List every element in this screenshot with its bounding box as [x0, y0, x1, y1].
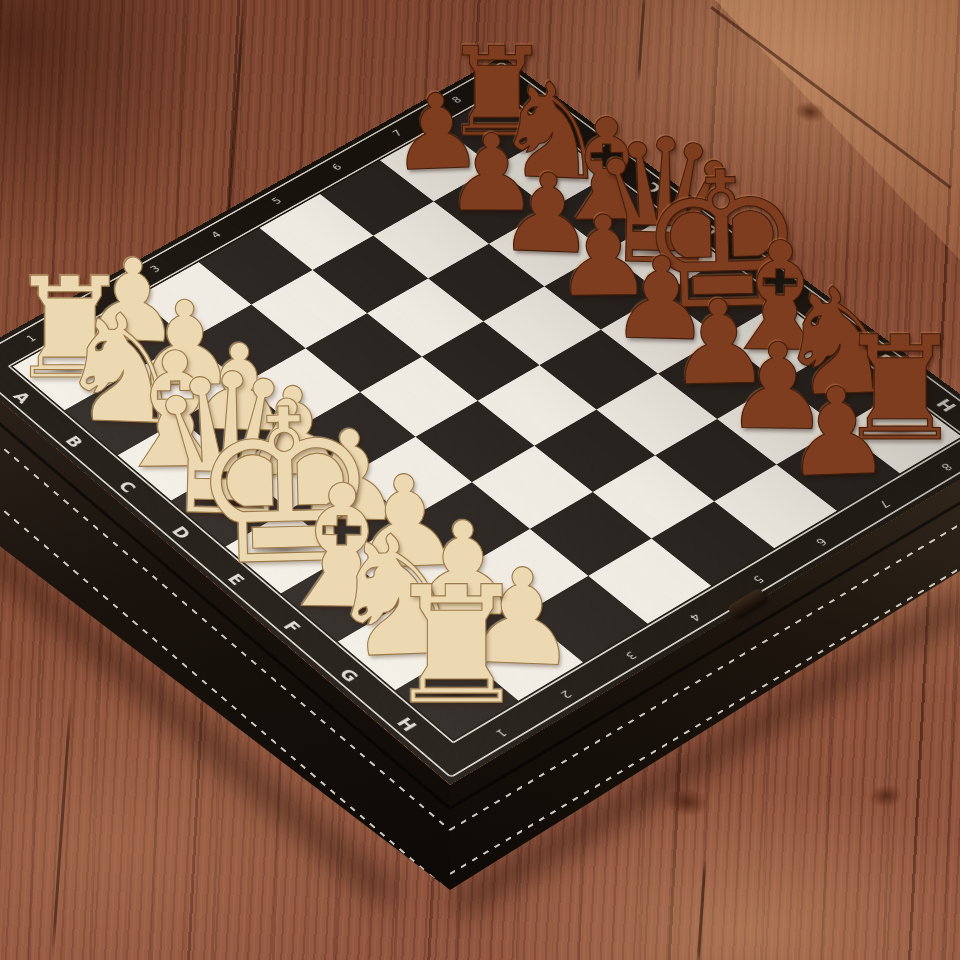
piece-white-rook-h1[interactable]: ♜ — [375, 565, 538, 728]
pieces-layer: ♜♞♝♛♚♝♞♜♟♟♟♟♟♟♟♟♟♟♟♟♟♟♟♟♜♞♝♛♚♝♞♜ — [0, 0, 960, 960]
piece-black-pawn-h7[interactable]: ♟ — [775, 370, 901, 496]
chess-set-photo: AABBCCDDEEFFGGHH8877665544332211 ♜♞♝♛♚♝♞… — [0, 0, 960, 960]
